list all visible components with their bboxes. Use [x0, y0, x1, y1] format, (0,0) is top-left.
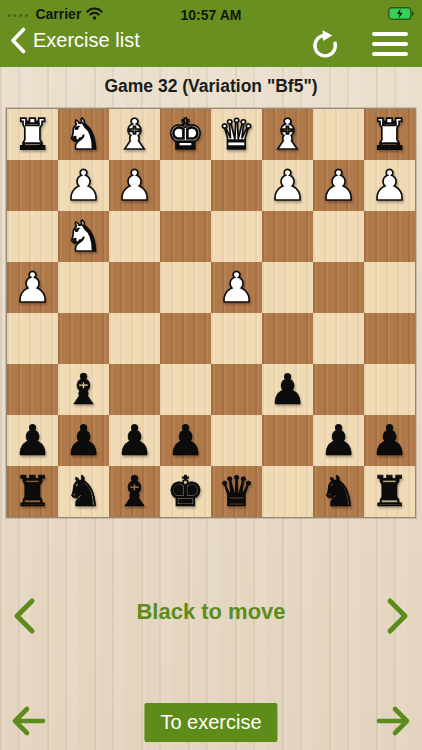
- white-pawn: ♟: [14, 263, 52, 313]
- square-e4[interactable]: [160, 262, 211, 313]
- square-f4[interactable]: [109, 262, 160, 313]
- square-d8[interactable]: ♛: [211, 466, 262, 517]
- nav-bar: Exercise list: [0, 24, 422, 67]
- chess-board[interactable]: ♜♞♝♚♛♝♜♟♟♟♟♟♞♟♟♝♟♟♟♟♟♟♟♜♞♝♚♛♞♜: [6, 108, 416, 518]
- square-d3[interactable]: [211, 211, 262, 262]
- menu-bar: [372, 52, 408, 56]
- square-e5[interactable]: [160, 313, 211, 364]
- square-a4[interactable]: [364, 262, 415, 313]
- square-h8[interactable]: ♜: [7, 466, 58, 517]
- square-h1[interactable]: ♜: [7, 109, 58, 160]
- black-pawn: ♟: [371, 416, 409, 466]
- cell-signal-icon: ••••: [7, 10, 30, 20]
- black-queen: ♛: [218, 467, 256, 517]
- to-exercise-button[interactable]: To exercise: [144, 703, 277, 742]
- black-knight: ♞: [65, 467, 103, 517]
- square-f5[interactable]: [109, 313, 160, 364]
- square-b7[interactable]: ♟: [313, 415, 364, 466]
- square-d7[interactable]: [211, 415, 262, 466]
- refresh-button[interactable]: [310, 29, 340, 59]
- square-h7[interactable]: ♟: [7, 415, 58, 466]
- square-c7[interactable]: [262, 415, 313, 466]
- black-pawn: ♟: [65, 416, 103, 466]
- wifi-icon: [86, 6, 103, 24]
- white-pawn: ♟: [65, 161, 103, 211]
- square-f7[interactable]: ♟: [109, 415, 160, 466]
- square-d2[interactable]: [211, 160, 262, 211]
- page-title: Game 32 (Variation "Bf5"): [0, 76, 422, 97]
- side-to-move-label: Black to move: [0, 599, 422, 625]
- square-a6[interactable]: [364, 364, 415, 415]
- carrier-label: Carrier: [35, 6, 81, 22]
- black-rook: ♜: [14, 467, 52, 517]
- black-pawn: ♟: [167, 416, 205, 466]
- square-d4[interactable]: ♟: [211, 262, 262, 313]
- white-knight: ♞: [65, 212, 103, 262]
- next-exercise-button[interactable]: [376, 705, 412, 737]
- square-e7[interactable]: ♟: [160, 415, 211, 466]
- square-b6[interactable]: [313, 364, 364, 415]
- next-move-button[interactable]: [380, 597, 414, 635]
- chevron-left-icon: [10, 27, 26, 54]
- footer-bar: To exercise: [0, 698, 422, 744]
- white-knight: ♞: [65, 110, 103, 160]
- app-screen: •••• Carrier 10:57 AM: [0, 0, 422, 750]
- square-b4[interactable]: [313, 262, 364, 313]
- square-b5[interactable]: [313, 313, 364, 364]
- black-pawn: ♟: [14, 416, 52, 466]
- black-rook: ♜: [371, 467, 409, 517]
- menu-button[interactable]: [372, 31, 408, 57]
- black-knight: ♞: [320, 467, 358, 517]
- arrow-right-icon: [376, 705, 412, 737]
- square-e2[interactable]: [160, 160, 211, 211]
- black-bishop: ♝: [65, 365, 103, 415]
- square-c8[interactable]: [262, 466, 313, 517]
- square-g4[interactable]: [58, 262, 109, 313]
- white-bishop: ♝: [116, 110, 154, 160]
- square-e1[interactable]: ♚: [160, 109, 211, 160]
- square-g8[interactable]: ♞: [58, 466, 109, 517]
- square-f6[interactable]: [109, 364, 160, 415]
- square-a8[interactable]: ♜: [364, 466, 415, 517]
- square-h5[interactable]: [7, 313, 58, 364]
- square-b3[interactable]: [313, 211, 364, 262]
- square-e6[interactable]: [160, 364, 211, 415]
- square-b1[interactable]: [313, 109, 364, 160]
- white-pawn: ♟: [269, 161, 307, 211]
- chevron-right-icon: [380, 597, 414, 635]
- square-g3[interactable]: ♞: [58, 211, 109, 262]
- square-d1[interactable]: ♛: [211, 109, 262, 160]
- refresh-icon: [310, 29, 340, 59]
- square-c5[interactable]: [262, 313, 313, 364]
- square-b8[interactable]: ♞: [313, 466, 364, 517]
- status-bar: •••• Carrier 10:57 AM: [0, 0, 422, 24]
- square-f8[interactable]: ♝: [109, 466, 160, 517]
- clock: 10:57 AM: [181, 7, 242, 23]
- square-a1[interactable]: ♜: [364, 109, 415, 160]
- menu-bar: [372, 42, 408, 46]
- square-a5[interactable]: [364, 313, 415, 364]
- previous-exercise-button[interactable]: [10, 705, 46, 737]
- square-g7[interactable]: ♟: [58, 415, 109, 466]
- square-a2[interactable]: ♟: [364, 160, 415, 211]
- black-pawn: ♟: [116, 416, 154, 466]
- square-c3[interactable]: [262, 211, 313, 262]
- white-pawn: ♟: [116, 161, 154, 211]
- square-h4[interactable]: ♟: [7, 262, 58, 313]
- square-c1[interactable]: ♝: [262, 109, 313, 160]
- back-button-label: Exercise list: [33, 29, 140, 52]
- square-c4[interactable]: [262, 262, 313, 313]
- square-h6[interactable]: [7, 364, 58, 415]
- header: •••• Carrier 10:57 AM: [0, 0, 422, 67]
- white-queen: ♛: [218, 110, 256, 160]
- square-g6[interactable]: ♝: [58, 364, 109, 415]
- white-pawn: ♟: [320, 161, 358, 211]
- square-e8[interactable]: ♚: [160, 466, 211, 517]
- square-d5[interactable]: [211, 313, 262, 364]
- move-bar: Black to move: [0, 596, 422, 636]
- back-button[interactable]: Exercise list: [10, 27, 140, 54]
- battery-icon: [388, 6, 415, 24]
- arrow-left-icon: [10, 705, 46, 737]
- square-g5[interactable]: [58, 313, 109, 364]
- square-a3[interactable]: [364, 211, 415, 262]
- black-pawn: ♟: [320, 416, 358, 466]
- black-king: ♚: [167, 467, 205, 517]
- square-b2[interactable]: ♟: [313, 160, 364, 211]
- white-pawn: ♟: [371, 161, 409, 211]
- black-bishop: ♝: [116, 467, 154, 517]
- square-e3[interactable]: [160, 211, 211, 262]
- white-king: ♚: [167, 110, 205, 160]
- black-pawn: ♟: [269, 365, 307, 415]
- square-g1[interactable]: ♞: [58, 109, 109, 160]
- square-a7[interactable]: ♟: [364, 415, 415, 466]
- white-bishop: ♝: [269, 110, 307, 160]
- menu-bar: [372, 32, 408, 36]
- white-rook: ♜: [371, 110, 409, 160]
- white-rook: ♜: [14, 110, 52, 160]
- square-c2[interactable]: ♟: [262, 160, 313, 211]
- square-c6[interactable]: ♟: [262, 364, 313, 415]
- square-d6[interactable]: [211, 364, 262, 415]
- square-h3[interactable]: [7, 211, 58, 262]
- square-f2[interactable]: ♟: [109, 160, 160, 211]
- square-f1[interactable]: ♝: [109, 109, 160, 160]
- square-f3[interactable]: [109, 211, 160, 262]
- square-h2[interactable]: [7, 160, 58, 211]
- square-g2[interactable]: ♟: [58, 160, 109, 211]
- white-pawn: ♟: [218, 263, 256, 313]
